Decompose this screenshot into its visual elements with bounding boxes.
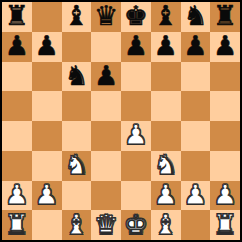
square-f3[interactable]: ♞ xyxy=(151,151,181,181)
square-h4[interactable] xyxy=(210,121,240,151)
square-b7[interactable]: ♟ xyxy=(32,32,62,62)
square-h2[interactable]: ♟ xyxy=(210,181,240,211)
square-f1[interactable]: ♝ xyxy=(151,210,181,240)
square-e6[interactable] xyxy=(121,62,151,92)
square-f5[interactable] xyxy=(151,91,181,121)
black-pawn[interactable]: ♟ xyxy=(213,32,237,59)
square-d6[interactable]: ♟ xyxy=(91,62,121,92)
black-bishop[interactable]: ♝ xyxy=(64,2,88,29)
white-bishop[interactable]: ♝ xyxy=(154,211,178,238)
square-h6[interactable] xyxy=(210,62,240,92)
square-b3[interactable] xyxy=(32,151,62,181)
black-pawn[interactable]: ♟ xyxy=(124,32,148,59)
square-h5[interactable] xyxy=(210,91,240,121)
square-a3[interactable] xyxy=(2,151,32,181)
square-b2[interactable]: ♟ xyxy=(32,181,62,211)
black-pawn[interactable]: ♟ xyxy=(35,32,59,59)
square-b4[interactable] xyxy=(32,121,62,151)
white-knight[interactable]: ♞ xyxy=(154,151,178,178)
square-a4[interactable] xyxy=(2,121,32,151)
square-b1[interactable] xyxy=(32,210,62,240)
square-f7[interactable]: ♟ xyxy=(151,32,181,62)
black-rook[interactable]: ♜ xyxy=(5,2,29,29)
square-g8[interactable]: ♞ xyxy=(181,2,211,32)
white-knight[interactable]: ♞ xyxy=(64,151,88,178)
square-e2[interactable] xyxy=(121,181,151,211)
square-e3[interactable] xyxy=(121,151,151,181)
white-pawn[interactable]: ♟ xyxy=(124,121,148,148)
white-bishop[interactable]: ♝ xyxy=(64,211,88,238)
square-c1[interactable]: ♝ xyxy=(62,210,92,240)
square-d5[interactable] xyxy=(91,91,121,121)
square-d7[interactable] xyxy=(91,32,121,62)
square-g4[interactable] xyxy=(181,121,211,151)
square-g1[interactable] xyxy=(181,210,211,240)
black-rook[interactable]: ♜ xyxy=(213,2,237,29)
square-c8[interactable]: ♝ xyxy=(62,2,92,32)
square-g5[interactable] xyxy=(181,91,211,121)
white-pawn[interactable]: ♟ xyxy=(154,181,178,208)
square-e8[interactable]: ♚ xyxy=(121,2,151,32)
square-g6[interactable] xyxy=(181,62,211,92)
square-h1[interactable]: ♜ xyxy=(210,210,240,240)
square-d8[interactable]: ♛ xyxy=(91,2,121,32)
square-g2[interactable]: ♟ xyxy=(181,181,211,211)
square-c4[interactable] xyxy=(62,121,92,151)
square-d2[interactable] xyxy=(91,181,121,211)
square-a6[interactable] xyxy=(2,62,32,92)
square-f8[interactable]: ♝ xyxy=(151,2,181,32)
white-rook[interactable]: ♜ xyxy=(5,211,29,238)
square-f4[interactable] xyxy=(151,121,181,151)
square-c3[interactable]: ♞ xyxy=(62,151,92,181)
square-d4[interactable] xyxy=(91,121,121,151)
square-a7[interactable]: ♟ xyxy=(2,32,32,62)
black-pawn[interactable]: ♟ xyxy=(154,32,178,59)
black-king[interactable]: ♚ xyxy=(124,2,148,29)
square-a8[interactable]: ♜ xyxy=(2,2,32,32)
square-c7[interactable] xyxy=(62,32,92,62)
square-h7[interactable]: ♟ xyxy=(210,32,240,62)
square-c2[interactable] xyxy=(62,181,92,211)
black-pawn[interactable]: ♟ xyxy=(5,32,29,59)
white-pawn[interactable]: ♟ xyxy=(213,181,237,208)
square-e1[interactable]: ♚ xyxy=(121,210,151,240)
square-e7[interactable]: ♟ xyxy=(121,32,151,62)
black-pawn[interactable]: ♟ xyxy=(183,32,207,59)
black-knight[interactable]: ♞ xyxy=(64,62,88,89)
black-pawn[interactable]: ♟ xyxy=(94,62,118,89)
chess-board: ♜♝♛♚♝♞♜♟♟♟♟♟♟♞♟♟♞♞♟♟♟♟♟♜♝♛♚♝♜ xyxy=(0,0,242,242)
square-d1[interactable]: ♛ xyxy=(91,210,121,240)
square-b5[interactable] xyxy=(32,91,62,121)
black-bishop[interactable]: ♝ xyxy=(154,2,178,29)
square-a1[interactable]: ♜ xyxy=(2,210,32,240)
square-h3[interactable] xyxy=(210,151,240,181)
square-f6[interactable] xyxy=(151,62,181,92)
square-h8[interactable]: ♜ xyxy=(210,2,240,32)
square-c5[interactable] xyxy=(62,91,92,121)
square-a5[interactable] xyxy=(2,91,32,121)
square-b6[interactable] xyxy=(32,62,62,92)
square-b8[interactable] xyxy=(32,2,62,32)
square-d3[interactable] xyxy=(91,151,121,181)
white-king[interactable]: ♚ xyxy=(124,211,148,238)
white-pawn[interactable]: ♟ xyxy=(5,181,29,208)
square-a2[interactable]: ♟ xyxy=(2,181,32,211)
square-f2[interactable]: ♟ xyxy=(151,181,181,211)
black-knight[interactable]: ♞ xyxy=(183,2,207,29)
square-e5[interactable] xyxy=(121,91,151,121)
square-c6[interactable]: ♞ xyxy=(62,62,92,92)
square-g3[interactable] xyxy=(181,151,211,181)
white-queen[interactable]: ♛ xyxy=(94,211,118,238)
white-pawn[interactable]: ♟ xyxy=(183,181,207,208)
white-rook[interactable]: ♜ xyxy=(213,211,237,238)
square-e4[interactable]: ♟ xyxy=(121,121,151,151)
white-pawn[interactable]: ♟ xyxy=(35,181,59,208)
square-g7[interactable]: ♟ xyxy=(181,32,211,62)
black-queen[interactable]: ♛ xyxy=(94,2,118,29)
